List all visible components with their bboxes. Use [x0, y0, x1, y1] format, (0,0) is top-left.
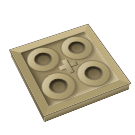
- stud-left: [23, 44, 64, 75]
- hole-floor-near: [51, 80, 68, 93]
- tile-body: [10, 25, 130, 116]
- center-cross: [56, 57, 80, 75]
- stud-hole-left: [32, 50, 55, 68]
- lego-piece: [0, 0, 135, 135]
- hole-floor-left: [36, 54, 52, 66]
- product-image: [0, 0, 135, 135]
- hole-floor-far: [70, 43, 85, 54]
- stud-hole-far: [65, 39, 88, 56]
